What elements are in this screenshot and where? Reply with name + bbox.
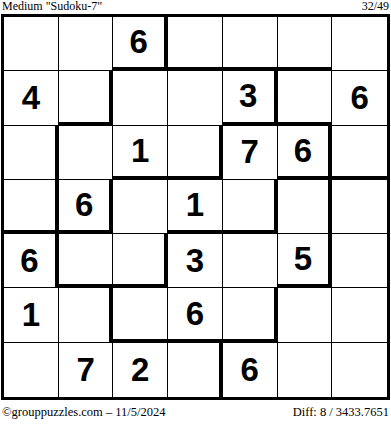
cell-r1c1[interactable] [4, 17, 59, 71]
cell-r2c2[interactable] [59, 71, 114, 125]
cell-r4c3[interactable] [113, 180, 168, 234]
cell-r6c3[interactable] [113, 288, 168, 342]
cell-r7c4[interactable] [168, 343, 223, 397]
cell-r3c4[interactable] [168, 126, 223, 180]
cell-r5c7[interactable] [332, 234, 387, 288]
cell-r1c6[interactable] [278, 17, 333, 71]
cell-r6c1[interactable]: 1 [4, 288, 59, 342]
cell-r3c7[interactable] [332, 126, 387, 180]
cell-r4c1[interactable] [4, 180, 59, 234]
cell-r6c2[interactable] [59, 288, 114, 342]
cell-r7c5[interactable]: 6 [223, 343, 278, 397]
cell-r6c7[interactable] [332, 288, 387, 342]
cell-r1c4[interactable] [168, 17, 223, 71]
cell-r2c6[interactable] [278, 71, 333, 125]
cell-r3c1[interactable] [4, 126, 59, 180]
cell-r4c5[interactable] [223, 180, 278, 234]
cell-r7c2[interactable]: 7 [59, 343, 114, 397]
cell-r3c6[interactable]: 6 [278, 126, 333, 180]
cell-r1c5[interactable] [223, 17, 278, 71]
cell-r4c2[interactable]: 6 [59, 180, 114, 234]
cell-r7c6[interactable] [278, 343, 333, 397]
cell-r3c2[interactable] [59, 126, 114, 180]
cell-r4c6[interactable] [278, 180, 333, 234]
cell-r5c4[interactable]: 3 [168, 234, 223, 288]
board: 64361766163516726 [1, 14, 390, 400]
cell-r6c5[interactable] [223, 288, 278, 342]
cell-r7c7[interactable] [332, 343, 387, 397]
cell-r4c7[interactable] [332, 180, 387, 234]
cell-r6c6[interactable] [278, 288, 333, 342]
page-title: Medium "Sudoku-7" [2, 0, 102, 13]
footer: ©grouppuzzles.com – 11/5/2024 Diff: 8 / … [2, 405, 389, 421]
difficulty-rating: Diff: 8 / 3433.7651 [293, 405, 389, 420]
cell-r7c3[interactable]: 2 [113, 343, 168, 397]
puzzle-page: Medium "Sudoku-7" 32/49 6436176616351672… [0, 0, 391, 426]
cell-r2c3[interactable] [113, 71, 168, 125]
cell-r5c5[interactable] [223, 234, 278, 288]
copyright-date: ©grouppuzzles.com – 11/5/2024 [2, 405, 166, 420]
cell-r3c5[interactable]: 7 [223, 126, 278, 180]
cell-r2c5[interactable]: 3 [223, 71, 278, 125]
cell-r3c3[interactable]: 1 [113, 126, 168, 180]
cell-r5c6[interactable]: 5 [278, 234, 333, 288]
cell-r6c4[interactable]: 6 [168, 288, 223, 342]
cell-r5c2[interactable] [59, 234, 114, 288]
cell-r2c1[interactable]: 4 [4, 71, 59, 125]
cell-r4c4[interactable]: 1 [168, 180, 223, 234]
cell-r1c7[interactable] [332, 17, 387, 71]
header: Medium "Sudoku-7" 32/49 [2, 0, 389, 13]
cell-r5c3[interactable] [113, 234, 168, 288]
cell-r2c7[interactable]: 6 [332, 71, 387, 125]
cell-r7c1[interactable] [4, 343, 59, 397]
cell-r2c4[interactable] [168, 71, 223, 125]
cell-r5c1[interactable]: 6 [4, 234, 59, 288]
cell-r1c2[interactable] [59, 17, 114, 71]
cell-r1c3[interactable]: 6 [113, 17, 168, 71]
cell-counter: 32/49 [362, 0, 389, 13]
